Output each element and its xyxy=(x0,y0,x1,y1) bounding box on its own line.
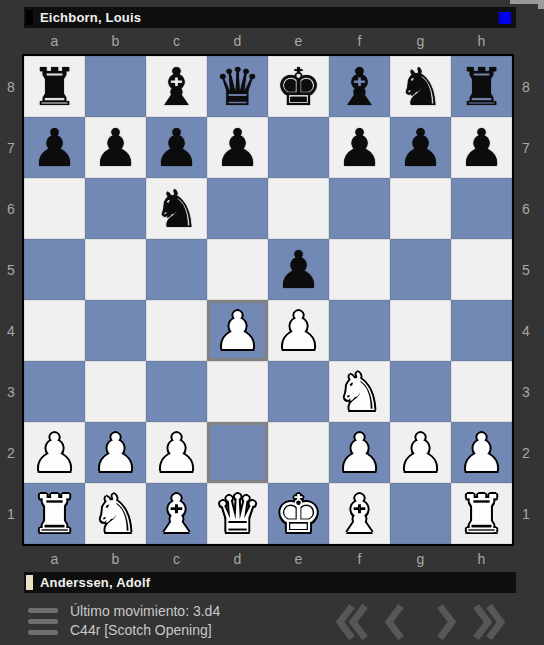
bottom-player-name: Anderssen, Adolf xyxy=(40,575,150,590)
board-frame: ♜♝♛♚♝♞♜♟♟♟♟♟♟♟♞♟♟♟♞♟♟♟♟♟♟♜♞♝♛♚♝♜ xyxy=(22,54,514,546)
square-b8[interactable] xyxy=(85,56,146,117)
square-g2[interactable]: ♟ xyxy=(390,422,451,483)
square-d5[interactable] xyxy=(207,239,268,300)
scrollbar-fragment[interactable] xyxy=(538,0,544,9)
piece-white-bishop: ♝ xyxy=(146,483,207,544)
piece-black-pawn: ♟ xyxy=(24,117,85,178)
square-e4[interactable]: ♟ xyxy=(268,300,329,361)
square-g8[interactable]: ♞ xyxy=(390,56,451,117)
square-a2[interactable]: ♟ xyxy=(24,422,85,483)
go-last-button[interactable] xyxy=(472,602,506,642)
square-h8[interactable]: ♜ xyxy=(451,56,512,117)
rank-label: 8 xyxy=(514,56,538,117)
rank-label: 2 xyxy=(0,422,22,483)
rank-label: 2 xyxy=(514,422,538,483)
file-labels-top: abcdefgh xyxy=(24,28,512,54)
square-d3[interactable] xyxy=(207,361,268,422)
square-f1[interactable]: ♝ xyxy=(329,483,390,544)
file-label: a xyxy=(24,28,85,54)
black-color-stripe xyxy=(26,10,33,25)
rank-label: 6 xyxy=(0,178,22,239)
square-g6[interactable] xyxy=(390,178,451,239)
piece-white-pawn: ♟ xyxy=(451,422,512,483)
square-c6[interactable]: ♞ xyxy=(146,178,207,239)
file-label: b xyxy=(85,546,146,572)
piece-white-rook: ♜ xyxy=(451,483,512,544)
piece-black-bishop: ♝ xyxy=(329,56,390,117)
square-f7[interactable]: ♟ xyxy=(329,117,390,178)
file-label: e xyxy=(268,546,329,572)
piece-black-pawn: ♟ xyxy=(268,239,329,300)
white-color-stripe xyxy=(26,575,33,590)
piece-black-knight: ♞ xyxy=(390,56,451,117)
square-a3[interactable] xyxy=(24,361,85,422)
piece-white-bishop: ♝ xyxy=(329,483,390,544)
square-f6[interactable] xyxy=(329,178,390,239)
piece-black-knight: ♞ xyxy=(146,178,207,239)
piece-white-rook: ♜ xyxy=(24,483,85,544)
square-g1[interactable] xyxy=(390,483,451,544)
rank-label: 7 xyxy=(514,117,538,178)
rank-label: 1 xyxy=(0,483,22,544)
file-label: a xyxy=(24,546,85,572)
piece-white-pawn: ♟ xyxy=(24,422,85,483)
piece-white-pawn: ♟ xyxy=(207,300,268,361)
square-e6[interactable] xyxy=(268,178,329,239)
square-a4[interactable] xyxy=(24,300,85,361)
go-next-button[interactable] xyxy=(436,602,457,642)
file-label: e xyxy=(268,28,329,54)
square-d2[interactable] xyxy=(207,422,268,483)
square-a5[interactable] xyxy=(24,239,85,300)
file-label: f xyxy=(329,28,390,54)
square-a8[interactable]: ♜ xyxy=(24,56,85,117)
rank-label: 3 xyxy=(514,361,538,422)
square-d1[interactable]: ♛ xyxy=(207,483,268,544)
rank-label: 8 xyxy=(0,56,22,117)
rank-label: 4 xyxy=(514,300,538,361)
file-label: h xyxy=(451,546,512,572)
square-d6[interactable] xyxy=(207,178,268,239)
square-e2[interactable] xyxy=(268,422,329,483)
chess-board: ♜♝♛♚♝♞♜♟♟♟♟♟♟♟♞♟♟♟♞♟♟♟♟♟♟♜♞♝♛♚♝♜ xyxy=(24,56,512,544)
square-h6[interactable] xyxy=(451,178,512,239)
file-labels-bottom: abcdefgh xyxy=(24,546,512,572)
file-label: d xyxy=(207,28,268,54)
square-b4[interactable] xyxy=(85,300,146,361)
square-a6[interactable] xyxy=(24,178,85,239)
opening-text: C44r [Scotch Opening] xyxy=(70,621,220,640)
square-d7[interactable]: ♟ xyxy=(207,117,268,178)
piece-white-knight: ♞ xyxy=(329,361,390,422)
file-label: b xyxy=(85,28,146,54)
piece-white-king: ♚ xyxy=(268,483,329,544)
square-h4[interactable] xyxy=(451,300,512,361)
piece-black-pawn: ♟ xyxy=(451,117,512,178)
square-f3[interactable]: ♞ xyxy=(329,361,390,422)
square-c7[interactable]: ♟ xyxy=(146,117,207,178)
last-move-text: Último movimiento: 3.d4 xyxy=(70,602,220,621)
piece-white-pawn: ♟ xyxy=(146,422,207,483)
square-b7[interactable]: ♟ xyxy=(85,117,146,178)
file-label: d xyxy=(207,546,268,572)
rank-labels-right: 87654321 xyxy=(514,56,538,544)
file-label: f xyxy=(329,546,390,572)
file-label: g xyxy=(390,546,451,572)
square-g3[interactable] xyxy=(390,361,451,422)
go-first-button[interactable] xyxy=(335,602,369,642)
go-previous-button[interactable] xyxy=(384,602,405,642)
square-f5[interactable] xyxy=(329,239,390,300)
footer-panel: Último movimiento: 3.d4 C44r [Scotch Ope… xyxy=(24,598,516,645)
chess-viewer-window: Eichborn, Louis abcdefgh 87654321 876543… xyxy=(0,0,544,645)
square-e7[interactable] xyxy=(268,117,329,178)
bottom-player-bar: Anderssen, Adolf xyxy=(24,572,516,593)
square-c1[interactable]: ♝ xyxy=(146,483,207,544)
piece-black-bishop: ♝ xyxy=(146,56,207,117)
square-a1[interactable]: ♜ xyxy=(24,483,85,544)
rank-label: 5 xyxy=(514,239,538,300)
square-e3[interactable] xyxy=(268,361,329,422)
square-c4[interactable] xyxy=(146,300,207,361)
square-h3[interactable] xyxy=(451,361,512,422)
rank-label: 7 xyxy=(0,117,22,178)
piece-black-rook: ♜ xyxy=(24,56,85,117)
piece-white-knight: ♞ xyxy=(85,483,146,544)
piece-black-pawn: ♟ xyxy=(146,117,207,178)
rank-label: 4 xyxy=(0,300,22,361)
square-d4[interactable]: ♟ xyxy=(207,300,268,361)
square-g7[interactable]: ♟ xyxy=(390,117,451,178)
square-h7[interactable]: ♟ xyxy=(451,117,512,178)
square-e1[interactable]: ♚ xyxy=(268,483,329,544)
square-c5[interactable] xyxy=(146,239,207,300)
piece-black-queen: ♛ xyxy=(207,56,268,117)
file-label: g xyxy=(390,28,451,54)
piece-white-pawn: ♟ xyxy=(268,300,329,361)
file-label: c xyxy=(146,28,207,54)
square-h1[interactable]: ♜ xyxy=(451,483,512,544)
top-player-bar: Eichborn, Louis xyxy=(24,7,516,28)
move-navigation xyxy=(335,598,506,645)
piece-black-pawn: ♟ xyxy=(390,117,451,178)
rank-label: 1 xyxy=(514,483,538,544)
side-to-move-indicator xyxy=(499,12,511,24)
square-g4[interactable] xyxy=(390,300,451,361)
square-f8[interactable]: ♝ xyxy=(329,56,390,117)
square-b6[interactable] xyxy=(85,178,146,239)
piece-white-pawn: ♟ xyxy=(85,422,146,483)
file-label: h xyxy=(451,28,512,54)
piece-black-rook: ♜ xyxy=(451,56,512,117)
square-f4[interactable] xyxy=(329,300,390,361)
rank-label: 5 xyxy=(0,239,22,300)
rank-labels-left: 87654321 xyxy=(0,56,22,544)
square-b1[interactable]: ♞ xyxy=(85,483,146,544)
move-info: Último movimiento: 3.d4 C44r [Scotch Ope… xyxy=(70,602,220,640)
square-b2[interactable]: ♟ xyxy=(85,422,146,483)
square-e5[interactable]: ♟ xyxy=(268,239,329,300)
piece-white-pawn: ♟ xyxy=(329,422,390,483)
piece-black-pawn: ♟ xyxy=(207,117,268,178)
piece-black-king: ♚ xyxy=(268,56,329,117)
square-c8[interactable]: ♝ xyxy=(146,56,207,117)
square-d8[interactable]: ♛ xyxy=(207,56,268,117)
menu-icon[interactable] xyxy=(28,608,58,635)
rank-label: 3 xyxy=(0,361,22,422)
square-c3[interactable] xyxy=(146,361,207,422)
piece-black-pawn: ♟ xyxy=(329,117,390,178)
square-b3[interactable] xyxy=(85,361,146,422)
square-g5[interactable] xyxy=(390,239,451,300)
top-player-name: Eichborn, Louis xyxy=(40,10,141,25)
square-h5[interactable] xyxy=(451,239,512,300)
piece-white-queen: ♛ xyxy=(207,483,268,544)
square-f2[interactable]: ♟ xyxy=(329,422,390,483)
square-h2[interactable]: ♟ xyxy=(451,422,512,483)
file-label: c xyxy=(146,546,207,572)
piece-white-pawn: ♟ xyxy=(390,422,451,483)
rank-label: 6 xyxy=(514,178,538,239)
square-e8[interactable]: ♚ xyxy=(268,56,329,117)
square-b5[interactable] xyxy=(85,239,146,300)
square-c2[interactable]: ♟ xyxy=(146,422,207,483)
piece-black-pawn: ♟ xyxy=(85,117,146,178)
square-a7[interactable]: ♟ xyxy=(24,117,85,178)
